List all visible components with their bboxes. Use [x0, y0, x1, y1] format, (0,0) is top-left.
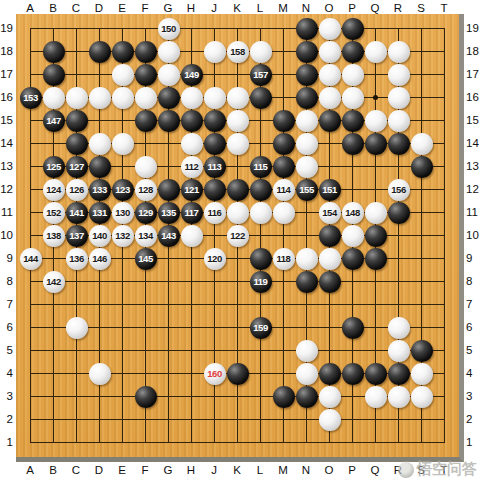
stone-K16-white [227, 87, 249, 109]
move-number-124: 124 [43, 179, 65, 201]
stone-H11-black: 117 [181, 202, 203, 224]
stone-C14-black [66, 133, 88, 155]
stone-B8-white: 142 [43, 271, 65, 293]
stone-K12-black [227, 179, 249, 201]
stone-F18-black [135, 41, 157, 63]
stone-D16-white [89, 87, 111, 109]
coord-label-row-14-left: 14 [0, 137, 13, 149]
stone-B16-white [43, 87, 65, 109]
stone-J14-black [204, 133, 226, 155]
stone-E14-white [112, 133, 134, 155]
star-point-Q16 [373, 95, 378, 100]
coord-label-row-17-right: 17 [466, 68, 482, 80]
coord-label-col-Q: Q [371, 464, 380, 476]
coord-label-col-R: R [394, 2, 402, 14]
stone-F11-black: 129 [135, 202, 157, 224]
stone-J13-black: 113 [204, 156, 226, 178]
go-board: 1501581491571531471251271121131151241261… [16, 14, 464, 462]
coord-label-col-E: E [118, 2, 126, 14]
stone-P4-black [342, 363, 364, 385]
coord-label-col-B: B [49, 2, 57, 14]
stone-O16-white [319, 87, 341, 109]
stone-R3-white [388, 386, 410, 408]
move-number-152: 152 [43, 202, 65, 224]
stone-O10-black [319, 225, 341, 247]
go-game-diagram: ABCDEFGHJKLMNOPQRST ABCDEFGHJKLMNOPQRST … [0, 0, 482, 480]
stone-C11-black: 141 [66, 202, 88, 224]
stone-F15-black [135, 110, 157, 132]
move-number-157: 157 [250, 64, 272, 86]
move-number-159: 159 [250, 317, 272, 339]
coord-label-row-18-left: 18 [0, 45, 13, 57]
coord-label-row-8-right: 8 [466, 275, 482, 287]
coord-label-col-K: K [233, 464, 241, 476]
stone-F12-white: 128 [135, 179, 157, 201]
move-number-141: 141 [66, 202, 88, 224]
stone-G11-black: 135 [158, 202, 180, 224]
stone-O4-black [319, 363, 341, 385]
stone-C13-black: 127 [66, 156, 88, 178]
stone-R4-black [388, 363, 410, 385]
move-number-126: 126 [66, 179, 88, 201]
move-number-137: 137 [66, 225, 88, 247]
coord-label-row-9-right: 9 [466, 252, 482, 264]
coord-label-row-6-right: 6 [466, 321, 482, 333]
stone-H17-black: 149 [181, 64, 203, 86]
stone-O12-black: 151 [319, 179, 341, 201]
stone-R15-white [388, 110, 410, 132]
stone-R5-white [388, 340, 410, 362]
stone-M11-white [273, 202, 295, 224]
stone-P14-black [342, 133, 364, 155]
coord-label-col-F: F [141, 2, 148, 14]
stone-E10-white: 132 [112, 225, 134, 247]
stone-E12-black: 123 [112, 179, 134, 201]
move-number-150: 150 [158, 18, 180, 40]
coord-label-col-S: S [417, 2, 425, 14]
stone-C16-white [66, 87, 88, 109]
stone-O3-white [319, 386, 341, 408]
coord-label-row-16-right: 16 [466, 91, 482, 103]
stone-B12-white: 124 [43, 179, 65, 201]
coord-label-col-C: C [72, 464, 80, 476]
stone-P15-black [342, 110, 364, 132]
stone-N13-white [296, 156, 318, 178]
stone-R6-white [388, 317, 410, 339]
stone-D4-white [89, 363, 111, 385]
coord-label-row-4-right: 4 [466, 367, 482, 379]
stone-O11-white: 154 [319, 202, 341, 224]
move-number-122: 122 [227, 225, 249, 247]
stone-Q11-white [365, 202, 387, 224]
coord-label-col-D: D [95, 464, 103, 476]
stone-C6-white [66, 317, 88, 339]
stone-B18-black [43, 41, 65, 63]
coord-label-row-14-right: 14 [466, 137, 482, 149]
stone-J18-white [204, 41, 226, 63]
stone-J4-white: 160 [204, 363, 226, 385]
stone-N17-black [296, 64, 318, 86]
stone-B13-black: 125 [43, 156, 65, 178]
coord-label-col-O: O [325, 2, 334, 14]
move-number-147: 147 [43, 110, 65, 132]
coord-label-col-O: O [325, 464, 334, 476]
stone-D9-white: 146 [89, 248, 111, 270]
stone-K11-white [227, 202, 249, 224]
move-number-114: 114 [273, 179, 295, 201]
move-number-130: 130 [112, 202, 134, 224]
stone-R18-white [388, 41, 410, 63]
stone-S13-black [411, 156, 433, 178]
stone-P17-white [342, 64, 364, 86]
move-number-148: 148 [342, 202, 364, 224]
stone-D18-black [89, 41, 111, 63]
move-number-123: 123 [112, 179, 134, 201]
stone-L13-black: 115 [250, 156, 272, 178]
move-number-153: 153 [20, 87, 42, 109]
stone-Q15-white [365, 110, 387, 132]
stone-H15-black [181, 110, 203, 132]
stone-S4-white [411, 363, 433, 385]
coord-label-row-7-right: 7 [466, 298, 482, 310]
stone-H16-white [181, 87, 203, 109]
stone-K18-white: 158 [227, 41, 249, 63]
stone-L17-black: 157 [250, 64, 272, 86]
stone-C12-white: 126 [66, 179, 88, 201]
move-number-115: 115 [250, 156, 272, 178]
stone-G17-white [158, 64, 180, 86]
stone-B15-black: 147 [43, 110, 65, 132]
stone-N4-white [296, 363, 318, 385]
stone-Q18-white [365, 41, 387, 63]
stone-L11-white [250, 202, 272, 224]
stone-M13-black [273, 156, 295, 178]
stone-F3-black [135, 386, 157, 408]
stone-G18-white [158, 41, 180, 63]
stone-J11-white: 116 [204, 202, 226, 224]
stone-O8-black [319, 271, 341, 293]
move-number-143: 143 [158, 225, 180, 247]
move-number-158: 158 [227, 41, 249, 63]
move-number-142: 142 [43, 271, 65, 293]
stone-H10-white [181, 225, 203, 247]
stone-G16-black [158, 87, 180, 109]
stone-E18-black [112, 41, 134, 63]
coord-label-col-A: A [26, 464, 34, 476]
stone-P11-white: 148 [342, 202, 364, 224]
stone-H13-white: 112 [181, 156, 203, 178]
stone-M12-white: 114 [273, 179, 295, 201]
coord-label-row-13-left: 13 [0, 160, 13, 172]
stone-K4-black [227, 363, 249, 385]
coord-label-col-T: T [440, 464, 447, 476]
stone-G15-black [158, 110, 180, 132]
coord-label-row-17-left: 17 [0, 68, 13, 80]
stone-H12-black: 121 [181, 179, 203, 201]
stone-D13-black [89, 156, 111, 178]
stone-J16-white [204, 87, 226, 109]
stone-G12-black [158, 179, 180, 201]
coord-label-col-B: B [49, 464, 57, 476]
coord-label-row-15-left: 15 [0, 114, 13, 126]
stone-O18-white [319, 41, 341, 63]
coord-label-col-H: H [187, 464, 195, 476]
stone-J9-white: 120 [204, 248, 226, 270]
coord-label-row-3-left: 3 [0, 390, 13, 402]
stone-A9-white: 144 [20, 248, 42, 270]
coord-label-col-E: E [118, 464, 126, 476]
move-number-113: 113 [204, 156, 226, 178]
move-number-140: 140 [89, 225, 111, 247]
stone-N15-white [296, 110, 318, 132]
stone-O9-white [319, 248, 341, 270]
stone-R11-black [388, 202, 410, 224]
coord-label-col-M: M [278, 2, 288, 14]
coord-label-col-G: G [164, 464, 173, 476]
move-number-121: 121 [181, 179, 203, 201]
stone-A16-black: 153 [20, 87, 42, 109]
stone-N5-white [296, 340, 318, 362]
stone-F9-black: 145 [135, 248, 157, 270]
stone-K10-white: 122 [227, 225, 249, 247]
stone-O2-white [319, 409, 341, 431]
coord-label-col-F: F [141, 464, 148, 476]
stone-O19-white [319, 18, 341, 40]
move-number-138: 138 [43, 225, 65, 247]
coord-label-row-10-left: 10 [0, 229, 13, 241]
coord-label-row-16-left: 16 [0, 91, 13, 103]
coord-label-col-S: S [417, 464, 425, 476]
stone-G10-black: 143 [158, 225, 180, 247]
coord-label-col-H: H [187, 2, 195, 14]
move-number-131: 131 [89, 202, 111, 224]
coord-label-row-1-right: 1 [466, 436, 482, 448]
move-number-125: 125 [43, 156, 65, 178]
stone-J12-black [204, 179, 226, 201]
move-number-119: 119 [250, 271, 272, 293]
coord-label-col-L: L [257, 2, 263, 14]
stone-P18-black [342, 41, 364, 63]
stone-Q9-black [365, 248, 387, 270]
coord-label-col-D: D [95, 2, 103, 14]
move-number-149: 149 [181, 64, 203, 86]
stone-M15-black [273, 110, 295, 132]
stone-F10-white: 134 [135, 225, 157, 247]
watermark: 悟空问答 [398, 460, 477, 479]
stone-L12-black [250, 179, 272, 201]
stone-P9-black [342, 248, 364, 270]
stone-J15-black [204, 110, 226, 132]
move-number-133: 133 [89, 179, 111, 201]
coord-label-row-5-right: 5 [466, 344, 482, 356]
coord-label-col-J: J [211, 2, 217, 14]
move-number-117: 117 [181, 202, 203, 224]
coord-label-col-A: A [26, 2, 34, 14]
coord-label-row-11-right: 11 [466, 206, 482, 218]
stone-G19-white: 150 [158, 18, 180, 40]
stone-H14-white [181, 133, 203, 155]
stone-N3-black [296, 386, 318, 408]
stone-Q10-black [365, 225, 387, 247]
stone-F13-white [135, 156, 157, 178]
coord-label-row-5-left: 5 [0, 344, 13, 356]
stone-B17-black [43, 64, 65, 86]
stone-R12-white: 156 [388, 179, 410, 201]
coord-label-row-13-right: 13 [466, 160, 482, 172]
stone-K14-white [227, 133, 249, 155]
coord-label-row-9-left: 9 [0, 252, 13, 264]
stone-S5-black [411, 340, 433, 362]
stone-D14-white [89, 133, 111, 155]
move-number-135: 135 [158, 202, 180, 224]
move-number-146: 146 [89, 248, 111, 270]
coord-label-row-18-right: 18 [466, 45, 482, 57]
coord-label-col-N: N [302, 464, 310, 476]
stone-P10-white [342, 225, 364, 247]
move-number-155: 155 [296, 179, 318, 201]
stone-D12-black: 133 [89, 179, 111, 201]
stone-K15-white [227, 110, 249, 132]
stone-Q3-white [365, 386, 387, 408]
stone-P19-black [342, 18, 364, 40]
coord-label-col-M: M [278, 464, 288, 476]
coord-label-col-T: T [440, 2, 447, 14]
stone-L18-white [250, 41, 272, 63]
coord-label-row-2-right: 2 [466, 413, 482, 425]
coord-label-row-1-left: 1 [0, 436, 13, 448]
stone-M3-black [273, 386, 295, 408]
coord-label-row-15-right: 15 [466, 114, 482, 126]
coord-label-row-8-left: 8 [0, 275, 13, 287]
coord-label-row-2-left: 2 [0, 413, 13, 425]
stone-M14-black [273, 133, 295, 155]
coord-label-col-C: C [72, 2, 80, 14]
stone-N16-black [296, 87, 318, 109]
coord-label-row-19-right: 19 [466, 22, 482, 34]
coord-label-col-R: R [394, 464, 402, 476]
stone-E11-white: 130 [112, 202, 134, 224]
coord-label-row-3-right: 3 [466, 390, 482, 402]
stone-M9-white: 118 [273, 248, 295, 270]
move-number-154: 154 [319, 202, 341, 224]
move-number-134: 134 [135, 225, 157, 247]
stone-L8-black: 119 [250, 271, 272, 293]
coord-label-col-J: J [211, 464, 217, 476]
move-number-120: 120 [204, 248, 226, 270]
coord-label-col-N: N [302, 2, 310, 14]
move-number-151: 151 [319, 179, 341, 201]
stone-S3-white [411, 386, 433, 408]
coord-label-row-11-left: 11 [0, 206, 13, 218]
stone-E17-white [112, 64, 134, 86]
coord-label-row-7-left: 7 [0, 298, 13, 310]
coord-label-col-L: L [257, 464, 263, 476]
stone-R14-black [388, 133, 410, 155]
move-number-116: 116 [204, 202, 226, 224]
move-number-132: 132 [112, 225, 134, 247]
move-number-144: 144 [20, 248, 42, 270]
stone-P16-white [342, 87, 364, 109]
coord-label-col-P: P [348, 2, 356, 14]
move-number-145: 145 [135, 248, 157, 270]
stone-D10-white: 140 [89, 225, 111, 247]
stone-S14-white [411, 133, 433, 155]
stone-F17-black [135, 64, 157, 86]
move-number-136: 136 [66, 248, 88, 270]
stone-Q14-black [365, 133, 387, 155]
stone-L6-black: 159 [250, 317, 272, 339]
stone-P6-black [342, 317, 364, 339]
stone-N12-black: 155 [296, 179, 318, 201]
coord-label-row-19-left: 19 [0, 22, 13, 34]
coord-label-col-Q: Q [371, 2, 380, 14]
move-number-112: 112 [181, 156, 203, 178]
stone-N18-black [296, 41, 318, 63]
move-number-129: 129 [135, 202, 157, 224]
stone-O15-black [319, 110, 341, 132]
move-number-160: 160 [204, 363, 226, 385]
stone-E16-white [112, 87, 134, 109]
stone-B11-white: 152 [43, 202, 65, 224]
stone-C9-white: 136 [66, 248, 88, 270]
stone-C15-black [66, 110, 88, 132]
coord-label-row-12-left: 12 [0, 183, 13, 195]
stone-N8-black [296, 271, 318, 293]
stone-D11-black: 131 [89, 202, 111, 224]
stone-B10-white: 138 [43, 225, 65, 247]
coord-label-col-P: P [348, 464, 356, 476]
move-number-128: 128 [135, 179, 157, 201]
stone-R16-white [388, 87, 410, 109]
stone-Q4-black [365, 363, 387, 385]
stone-L16-black [250, 87, 272, 109]
coord-label-row-6-left: 6 [0, 321, 13, 333]
coord-label-row-10-right: 10 [466, 229, 482, 241]
coord-label-row-4-left: 4 [0, 367, 13, 379]
stone-O17-white [319, 64, 341, 86]
stone-C10-black: 137 [66, 225, 88, 247]
coord-label-col-K: K [233, 2, 241, 14]
move-number-156: 156 [388, 179, 410, 201]
move-number-127: 127 [66, 156, 88, 178]
coord-label-col-G: G [164, 2, 173, 14]
stone-F16-white [135, 87, 157, 109]
stone-N14-white [296, 133, 318, 155]
coord-label-row-12-right: 12 [466, 183, 482, 195]
stone-N9-white [296, 248, 318, 270]
stone-N19-black [296, 18, 318, 40]
stone-L9-black [250, 248, 272, 270]
move-number-118: 118 [273, 248, 295, 270]
stone-R17-white [388, 64, 410, 86]
